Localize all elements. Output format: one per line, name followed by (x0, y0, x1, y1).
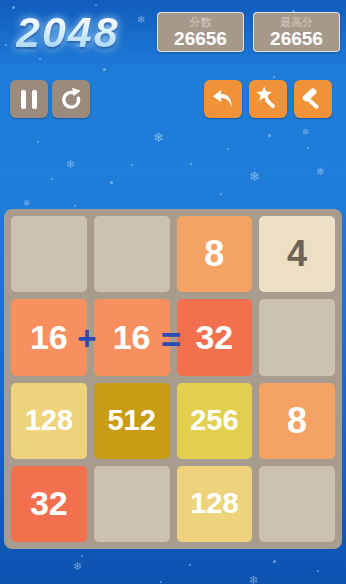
snow-dot (74, 205, 76, 207)
snow-dot (160, 581, 162, 583)
snow-dot (273, 76, 275, 78)
tile-32: 32 (177, 299, 253, 375)
snow-dot (51, 178, 53, 180)
merge-hint-equals: = (161, 322, 181, 357)
snow-dot (317, 570, 319, 572)
snow-dot (103, 68, 106, 71)
empty-cell (11, 216, 87, 292)
tile-16: 16 (94, 299, 170, 375)
snowflake-icon: ❄ (153, 131, 164, 144)
tile-512: 512 (94, 383, 170, 459)
snowflake-icon: ❄ (249, 574, 259, 584)
empty-cell (259, 299, 335, 375)
snow-dot (12, 6, 15, 9)
restart-icon (57, 85, 85, 113)
snow-dot (189, 564, 191, 566)
best-score-box: 最高分 26656 (253, 12, 340, 52)
restart-button[interactable] (52, 80, 90, 118)
best-score-value: 26656 (254, 29, 339, 49)
tile-128: 128 (11, 383, 87, 459)
snowflake-icon: ❄ (249, 170, 260, 183)
snow-dot (37, 141, 39, 143)
merge-hint-plus: + (77, 322, 96, 355)
snowflake-icon: ❄ (23, 199, 31, 208)
score-box: 分数 26656 (157, 12, 244, 52)
snow-dot (227, 148, 229, 150)
hammer-icon (299, 85, 327, 113)
tile-256: 256 (177, 383, 253, 459)
tile-4: 4 (259, 216, 335, 292)
scoreboard: 分数 26656 最高分 26656 (157, 12, 340, 52)
snow-dot (81, 555, 83, 557)
snowflake-icon: ❄ (73, 561, 82, 572)
snow-dot (268, 134, 271, 137)
tile-128: 128 (177, 466, 253, 542)
snowflake-icon: ❄ (66, 159, 75, 170)
snowflake-icon: ❄ (316, 167, 324, 177)
snow-dot (190, 163, 192, 165)
snow-dot (307, 147, 309, 149)
snow-dot (39, 58, 41, 60)
pause-icon (21, 90, 37, 109)
undo-icon (209, 85, 237, 113)
snow-dot (273, 560, 276, 563)
tile-8: 8 (259, 383, 335, 459)
pause-button[interactable] (10, 80, 48, 118)
toolbar (0, 80, 346, 118)
empty-cell (259, 466, 335, 542)
snow-dot (95, 4, 97, 6)
board[interactable]: + = 84161632128512256832128 (4, 209, 342, 549)
magic-wand-button[interactable] (249, 80, 287, 118)
tile-16: 16 (11, 299, 87, 375)
snow-dot (220, 193, 222, 195)
empty-cell (94, 466, 170, 542)
score-value: 26656 (158, 29, 243, 49)
snow-dot (110, 181, 113, 184)
tile-32: 32 (11, 466, 87, 542)
game-logo: 2048 (16, 8, 120, 57)
snow-dot (131, 164, 133, 166)
snow-dot (5, 44, 7, 46)
undo-button[interactable] (204, 80, 242, 118)
game-screen: ❄❄❄❄❄❄❄❄❄ 2048 分数 26656 最高分 26656 (0, 0, 346, 584)
snowflake-icon: ❄ (137, 15, 145, 25)
tile-8: 8 (177, 216, 253, 292)
snowflake-icon: ❄ (302, 128, 310, 137)
hammer-button[interactable] (294, 80, 332, 118)
empty-cell (94, 216, 170, 292)
magic-wand-icon (254, 85, 282, 113)
